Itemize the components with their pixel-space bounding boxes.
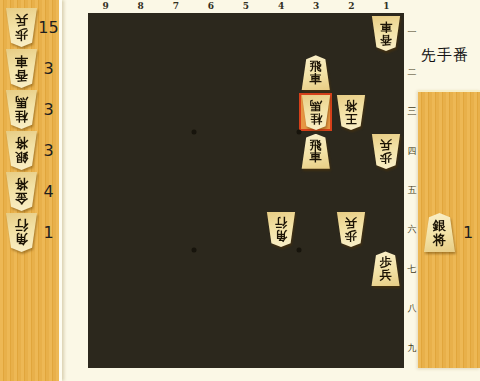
piece-kanji-1: 行 <box>275 217 287 229</box>
piece-kanji-0: 角 <box>15 233 28 247</box>
square-6-3[interactable] <box>195 93 228 130</box>
square-8-3[interactable] <box>125 93 158 130</box>
square-4-3[interactable] <box>264 93 297 130</box>
square-2-3[interactable]: 王将 <box>334 93 367 130</box>
piece-face: 香車 <box>371 16 401 51</box>
piece-face: 歩兵 <box>5 8 38 47</box>
piece-lance-gote[interactable]: 香車 <box>5 49 38 88</box>
piece-kanji-1: 兵 <box>380 139 392 151</box>
gote-hand-item-lance[interactable]: 香車3 <box>0 48 59 89</box>
file-labels: 987654321 <box>88 0 404 13</box>
square-2-8[interactable] <box>334 290 367 327</box>
gote-hand-item-knight[interactable]: 桂馬3 <box>0 89 59 130</box>
gote-hand-stand: 歩兵15香車3桂馬3銀将3金将4角行1 <box>0 0 62 381</box>
piece-face: 香車 <box>5 49 38 88</box>
piece-kanji-0: 歩 <box>15 28 28 42</box>
square-7-5[interactable] <box>160 172 193 209</box>
square-4-6[interactable]: 角行 <box>264 211 297 248</box>
piece-bishop-gote-4六[interactable]: 角行 <box>266 212 296 247</box>
piece-face: 角行 <box>266 212 296 247</box>
square-9-6[interactable] <box>90 211 123 248</box>
square-7-1[interactable] <box>160 15 193 52</box>
rank-label-7: 七 <box>405 250 419 289</box>
piece-face: 歩兵 <box>371 134 401 169</box>
square-6-5[interactable] <box>195 172 228 209</box>
shogi-diagram: 歩兵15香車3桂馬3銀将3金将4角行1 987654321 香車飛車桂馬王将飛車… <box>0 0 480 381</box>
rank-label-8: 八 <box>405 289 419 328</box>
square-9-1[interactable] <box>90 15 123 52</box>
square-4-5[interactable] <box>264 172 297 209</box>
square-8-8[interactable] <box>125 290 158 327</box>
square-5-3[interactable] <box>230 93 263 130</box>
file-label-9: 9 <box>88 0 123 13</box>
piece-face: 歩兵 <box>336 212 366 247</box>
square-7-6[interactable] <box>160 211 193 248</box>
file-label-8: 8 <box>123 0 158 13</box>
square-6-9[interactable] <box>195 329 228 366</box>
square-2-5[interactable] <box>334 172 367 209</box>
square-6-6[interactable] <box>195 211 228 248</box>
square-1-5[interactable] <box>369 172 402 209</box>
rank-label-2: 二 <box>405 52 419 91</box>
square-5-6[interactable] <box>230 211 263 248</box>
piece-face: 桂馬 <box>5 90 38 129</box>
square-3-7[interactable] <box>299 250 332 287</box>
piece-kanji-0: 歩 <box>345 230 357 242</box>
square-8-1[interactable] <box>125 15 158 52</box>
square-6-7[interactable] <box>195 250 228 287</box>
piece-kanji-0: 歩 <box>380 151 392 163</box>
rank-label-4: 四 <box>405 131 419 170</box>
gote-hand-item-bishop[interactable]: 角行1 <box>0 212 59 253</box>
square-6-4[interactable] <box>195 133 228 170</box>
file-label-6: 6 <box>193 0 228 13</box>
rank-label-3: 三 <box>405 92 419 131</box>
shogi-board: 香車飛車桂馬王将飛車歩兵角行歩兵歩兵 <box>88 13 404 368</box>
square-3-2[interactable]: 飛車 <box>299 54 332 91</box>
piece-pawn-gote[interactable]: 歩兵 <box>5 8 38 47</box>
piece-kanji-1: 兵 <box>345 217 357 229</box>
square-3-4[interactable]: 飛車 <box>299 133 332 170</box>
square-5-9[interactable] <box>230 329 263 366</box>
gote-hand-count-bishop: 1 <box>38 223 59 242</box>
file-label-1: 1 <box>369 0 404 13</box>
piece-silver-gote[interactable]: 銀将 <box>5 131 38 170</box>
turn-indicator: 先手番 <box>421 46 469 65</box>
square-1-1[interactable]: 香車 <box>369 15 402 52</box>
square-6-8[interactable] <box>195 290 228 327</box>
gote-hand-count-silver: 3 <box>38 141 59 160</box>
square-5-7[interactable] <box>230 250 263 287</box>
square-7-8[interactable] <box>160 290 193 327</box>
square-2-1[interactable] <box>334 15 367 52</box>
piece-pawn-sente-1七[interactable]: 歩兵 <box>371 251 401 286</box>
square-9-4[interactable] <box>90 133 123 170</box>
square-3-1[interactable] <box>299 15 332 52</box>
square-5-2[interactable] <box>230 54 263 91</box>
piece-pawn-gote-1四[interactable]: 歩兵 <box>371 134 401 169</box>
piece-kanji-1: 車 <box>380 21 392 33</box>
square-9-5[interactable] <box>90 172 123 209</box>
square-4-8[interactable] <box>264 290 297 327</box>
piece-face: 金将 <box>5 172 38 211</box>
piece-kanji-1: 車 <box>310 151 322 163</box>
square-3-6[interactable] <box>299 211 332 248</box>
gote-hand-count-pawn: 15 <box>38 18 59 37</box>
square-2-4[interactable] <box>334 133 367 170</box>
piece-face: 飛車 <box>301 134 331 169</box>
square-3-9[interactable] <box>299 329 332 366</box>
gote-hand-count-gold: 4 <box>38 182 59 201</box>
square-4-9[interactable] <box>264 329 297 366</box>
square-9-9[interactable] <box>90 329 123 366</box>
square-3-8[interactable] <box>299 290 332 327</box>
square-2-9[interactable] <box>334 329 367 366</box>
sente-hand-stand: 銀将1 <box>418 90 480 368</box>
piece-kanji-0: 飛 <box>310 60 322 72</box>
file-label-5: 5 <box>228 0 263 13</box>
gote-hand-item-gold[interactable]: 金将4 <box>0 171 59 212</box>
gote-hand-count-lance: 3 <box>38 59 59 78</box>
square-7-4[interactable] <box>160 133 193 170</box>
gote-hand-item-pawn[interactable]: 歩兵15 <box>0 7 59 48</box>
piece-kanji-0: 王 <box>345 112 357 124</box>
gote-hand-item-silver[interactable]: 銀将3 <box>0 130 59 171</box>
piece-face: 銀将 <box>423 213 456 252</box>
square-6-1[interactable] <box>195 15 228 52</box>
piece-kanji-0: 桂 <box>15 110 28 124</box>
square-9-3[interactable] <box>90 93 123 130</box>
file-label-4: 4 <box>264 0 299 13</box>
square-2-6[interactable]: 歩兵 <box>334 211 367 248</box>
square-8-5[interactable] <box>125 172 158 209</box>
piece-face: 飛車 <box>301 55 331 90</box>
square-1-8[interactable] <box>369 290 402 327</box>
square-4-7[interactable] <box>264 250 297 287</box>
piece-face: 銀将 <box>5 131 38 170</box>
piece-kanji-1: 将 <box>15 178 28 192</box>
rank-labels: 一二三四五六七八九 <box>405 13 419 368</box>
piece-gold-gote[interactable]: 金将 <box>5 172 38 211</box>
piece-knight-gote-3三[interactable]: 桂馬 <box>301 95 331 130</box>
square-9-7[interactable] <box>90 250 123 287</box>
piece-kanji-1: 車 <box>310 73 322 85</box>
square-1-3[interactable] <box>369 93 402 130</box>
square-4-4[interactable] <box>264 133 297 170</box>
square-8-7[interactable] <box>125 250 158 287</box>
square-7-3[interactable] <box>160 93 193 130</box>
piece-kanji-0: 銀 <box>15 151 28 165</box>
piece-kanji-0: 桂 <box>310 112 322 124</box>
piece-face: 桂馬 <box>301 95 331 130</box>
piece-lance-gote-1一[interactable]: 香車 <box>371 16 401 51</box>
square-7-9[interactable] <box>160 329 193 366</box>
piece-kanji-0: 金 <box>15 192 28 206</box>
rank-label-6: 六 <box>405 210 419 249</box>
square-3-3[interactable]: 桂馬 <box>299 93 332 130</box>
square-7-2[interactable] <box>160 54 193 91</box>
piece-kanji-1: 兵 <box>15 14 28 28</box>
piece-king-gote-2三[interactable]: 王将 <box>336 95 366 130</box>
file-label-7: 7 <box>158 0 193 13</box>
piece-silver-sente[interactable]: 銀将 <box>423 213 456 252</box>
piece-face: 王将 <box>336 95 366 130</box>
gote-hand-count-knight: 3 <box>38 100 59 119</box>
piece-knight-gote[interactable]: 桂馬 <box>5 90 38 129</box>
square-1-7[interactable]: 歩兵 <box>369 250 402 287</box>
square-4-1[interactable] <box>264 15 297 52</box>
piece-kanji-0: 角 <box>275 230 287 242</box>
piece-kanji-1: 馬 <box>310 100 322 112</box>
piece-kanji-1: 将 <box>345 100 357 112</box>
rank-label-1: 一 <box>405 13 419 52</box>
rank-label-5: 五 <box>405 171 419 210</box>
piece-face: 角行 <box>5 213 38 252</box>
piece-face: 歩兵 <box>371 251 401 286</box>
piece-kanji-1: 行 <box>15 219 28 233</box>
piece-rook-sente-3四[interactable]: 飛車 <box>301 134 331 169</box>
square-7-7[interactable] <box>160 250 193 287</box>
piece-kanji-1: 車 <box>15 55 28 69</box>
file-label-2: 2 <box>334 0 369 13</box>
piece-kanji-1: 馬 <box>15 96 28 110</box>
piece-kanji-0: 香 <box>15 69 28 83</box>
piece-rook-sente-3二[interactable]: 飛車 <box>301 55 331 90</box>
piece-pawn-gote-2六[interactable]: 歩兵 <box>336 212 366 247</box>
square-8-2[interactable] <box>125 54 158 91</box>
square-8-4[interactable] <box>125 133 158 170</box>
sente-hand-item-silver[interactable]: 銀将1 <box>418 212 480 253</box>
square-3-5[interactable] <box>299 172 332 209</box>
square-2-7[interactable] <box>334 250 367 287</box>
piece-kanji-0: 銀 <box>433 219 446 233</box>
piece-bishop-gote[interactable]: 角行 <box>5 213 38 252</box>
square-9-2[interactable] <box>90 54 123 91</box>
square-8-6[interactable] <box>125 211 158 248</box>
square-1-2[interactable] <box>369 54 402 91</box>
square-1-4[interactable]: 歩兵 <box>369 133 402 170</box>
square-6-2[interactable] <box>195 54 228 91</box>
rank-label-9: 九 <box>405 329 419 368</box>
file-label-3: 3 <box>299 0 334 13</box>
piece-kanji-0: 香 <box>380 34 392 46</box>
square-1-6[interactable] <box>369 211 402 248</box>
square-1-9[interactable] <box>369 329 402 366</box>
square-4-2[interactable] <box>264 54 297 91</box>
square-5-1[interactable] <box>230 15 263 52</box>
piece-kanji-1: 将 <box>15 137 28 151</box>
square-8-9[interactable] <box>125 329 158 366</box>
square-2-2[interactable] <box>334 54 367 91</box>
piece-kanji-1: 将 <box>433 233 446 247</box>
square-5-5[interactable] <box>230 172 263 209</box>
square-5-8[interactable] <box>230 290 263 327</box>
square-9-8[interactable] <box>90 290 123 327</box>
piece-kanji-1: 兵 <box>380 269 392 281</box>
square-5-4[interactable] <box>230 133 263 170</box>
sente-hand-count-silver: 1 <box>456 223 480 242</box>
